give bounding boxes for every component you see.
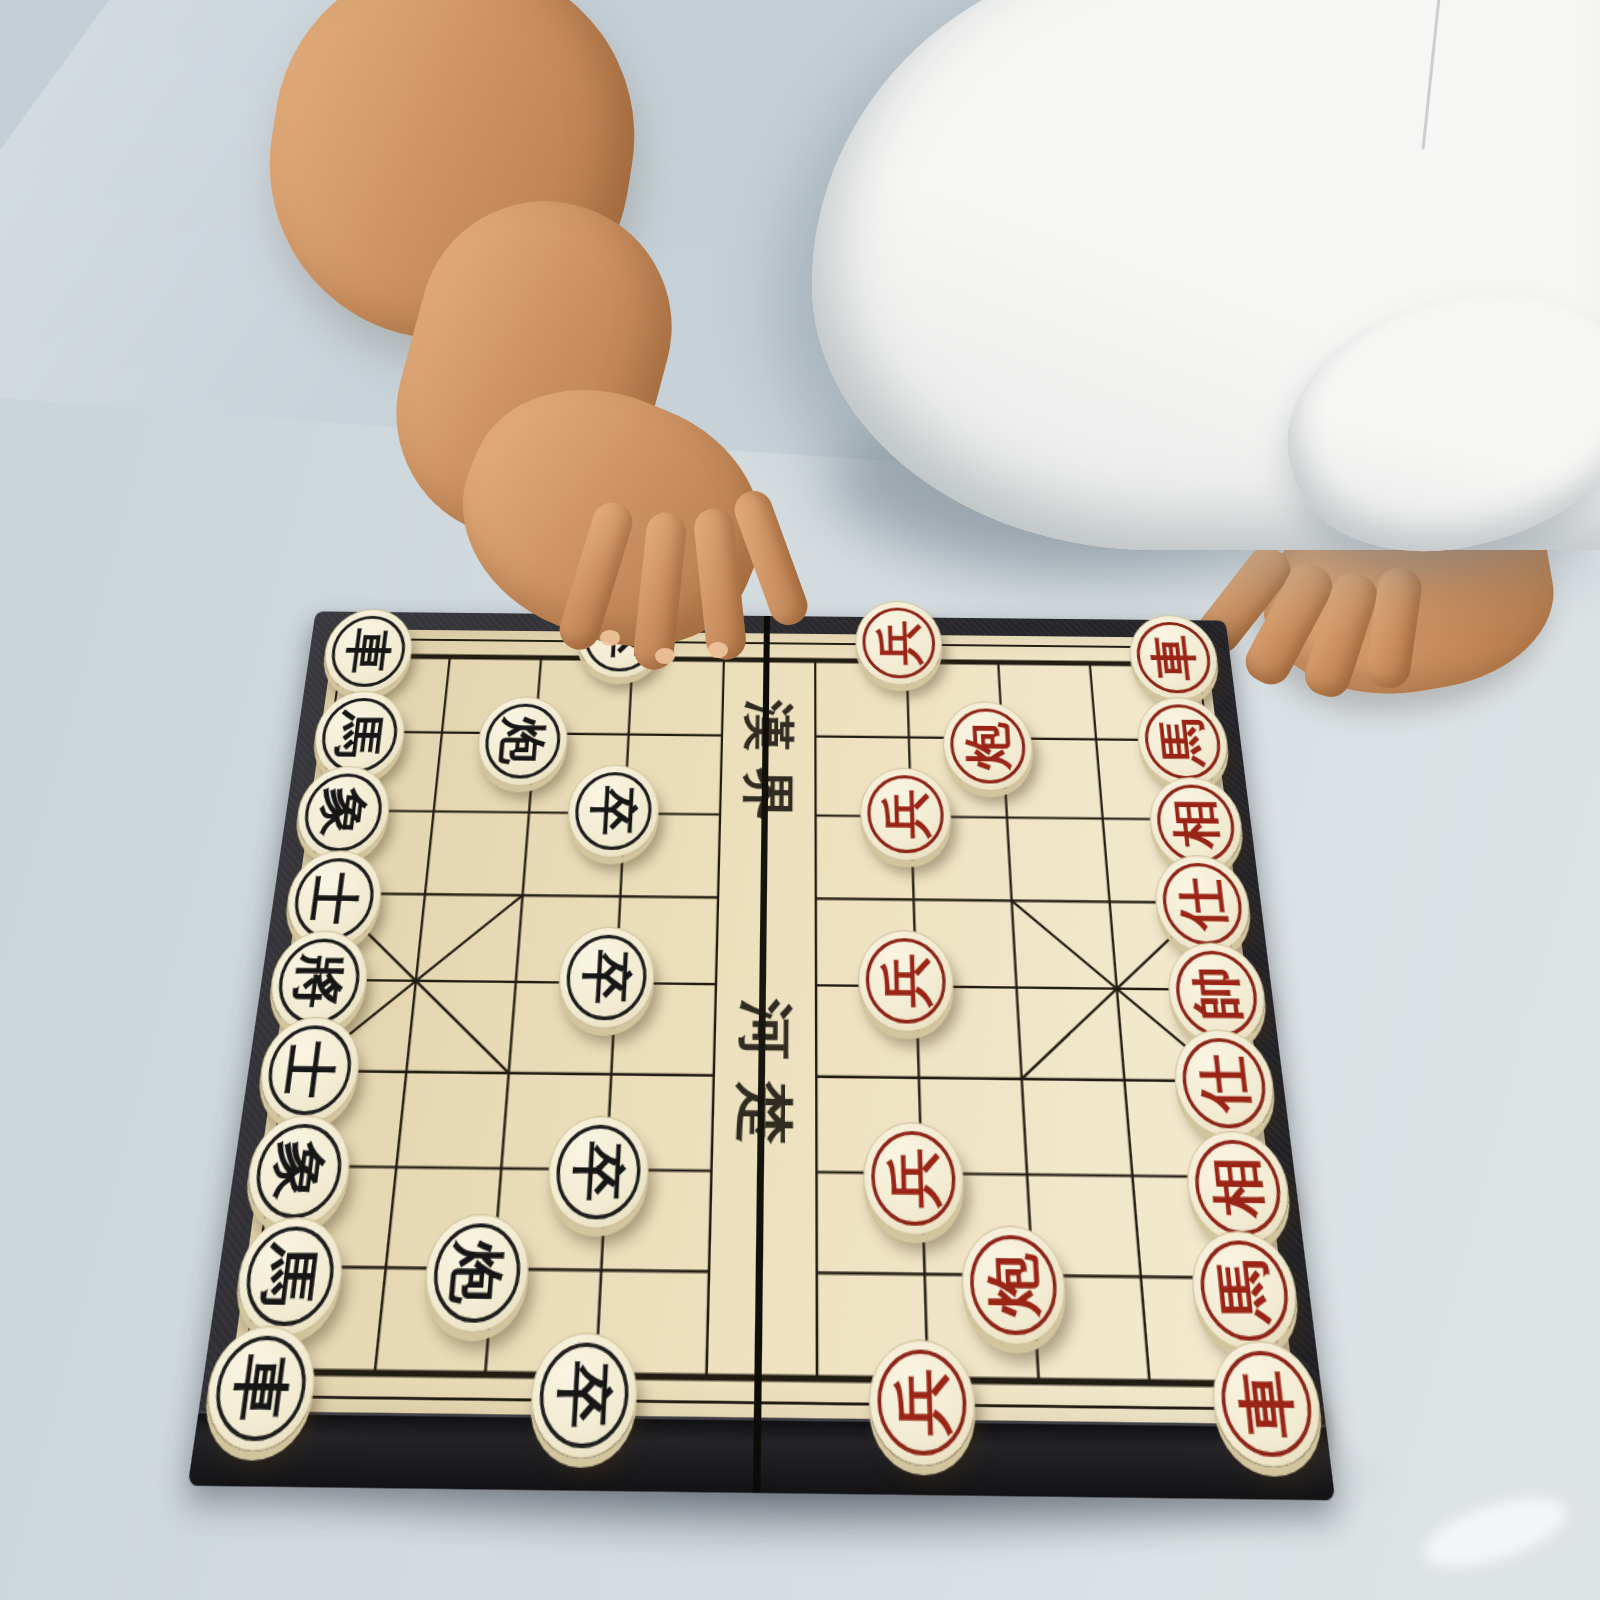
xiangqi-board: 漢 界 河 楚 車 馬 象 士	[188, 611, 1336, 1500]
piece-black-soldier[interactable]: 卒	[544, 1115, 650, 1229]
piece-character: 馬	[232, 1218, 347, 1335]
piece-character: 卒	[556, 927, 654, 1028]
piece-red-elephant[interactable]: 相	[1182, 1130, 1295, 1245]
piece-character: 車	[320, 610, 415, 694]
piece-black-chariot[interactable]: 車	[199, 1325, 321, 1452]
piece-red-soldier[interactable]: 兵	[855, 601, 944, 686]
piece-character: 車	[1208, 1342, 1326, 1467]
piece-character: 兵	[864, 1122, 965, 1234]
piece-character: 馬	[1135, 698, 1232, 786]
piece-character: 馬	[310, 691, 408, 779]
piece-character: 車	[201, 1327, 320, 1451]
piece-character: 仕	[1171, 1030, 1278, 1136]
piece-character: 炮	[942, 702, 1034, 790]
piece-character: 相	[1183, 1131, 1294, 1243]
piece-character: 兵	[861, 768, 953, 860]
piece-character: 馬	[1188, 1232, 1302, 1350]
piece-red-soldier[interactable]: 兵	[858, 930, 956, 1033]
fingernail	[600, 630, 620, 646]
piece-black-chariot[interactable]: 車	[319, 609, 417, 695]
fingernail	[708, 642, 728, 658]
piece-layer: 車 馬 象 士 將 士 象	[188, 611, 1336, 1500]
piece-black-elephant[interactable]: 象	[241, 1114, 356, 1228]
piece-black-soldier[interactable]: 卒	[527, 1332, 640, 1459]
piece-red-advisor[interactable]: 仕	[1170, 1029, 1280, 1138]
piece-character: 車	[1127, 616, 1221, 700]
piece-red-horse[interactable]: 馬	[1134, 697, 1233, 787]
piece-black-soldier[interactable]: 卒	[555, 926, 656, 1029]
piece-red-cannon[interactable]: 炮	[959, 1225, 1068, 1346]
scene: 漢 界 河 楚 車 馬 象 士	[0, 0, 1600, 1600]
piece-black-horse[interactable]: 馬	[230, 1217, 348, 1337]
piece-character: 炮	[422, 1215, 532, 1332]
piece-character: 卒	[546, 1116, 650, 1227]
piece-character: 兵	[856, 601, 943, 684]
piece-character: 仕	[1152, 856, 1254, 953]
piece-black-cannon[interactable]: 炮	[474, 696, 570, 786]
piece-red-chariot[interactable]: 車	[1207, 1340, 1327, 1468]
piece-character: 炮	[476, 697, 570, 785]
piece-character: 象	[242, 1115, 354, 1226]
piece-character: 兵	[859, 931, 955, 1032]
piece-red-soldier[interactable]: 兵	[863, 1121, 967, 1235]
piece-red-soldier[interactable]: 兵	[860, 767, 954, 861]
piece-red-soldier[interactable]: 兵	[868, 1339, 978, 1467]
piece-character: 象	[293, 766, 394, 858]
piece-black-advisor[interactable]: 士	[253, 1016, 364, 1124]
piece-red-chariot[interactable]: 車	[1126, 615, 1222, 701]
piece-black-elephant[interactable]: 象	[291, 765, 394, 859]
piece-red-cannon[interactable]: 炮	[941, 701, 1035, 792]
piece-character: 卒	[566, 765, 660, 857]
piece-red-advisor[interactable]: 仕	[1151, 855, 1255, 954]
piece-character: 卒	[528, 1333, 638, 1457]
piece-black-cannon[interactable]: 炮	[421, 1214, 533, 1334]
piece-character: 炮	[960, 1227, 1067, 1345]
piece-red-horse[interactable]: 馬	[1187, 1231, 1303, 1352]
piece-character: 士	[255, 1017, 364, 1123]
shirt-seam	[1422, 0, 1446, 150]
piece-black-soldier[interactable]: 卒	[564, 764, 660, 858]
fingernail	[655, 648, 675, 664]
piece-character: 兵	[870, 1340, 977, 1465]
